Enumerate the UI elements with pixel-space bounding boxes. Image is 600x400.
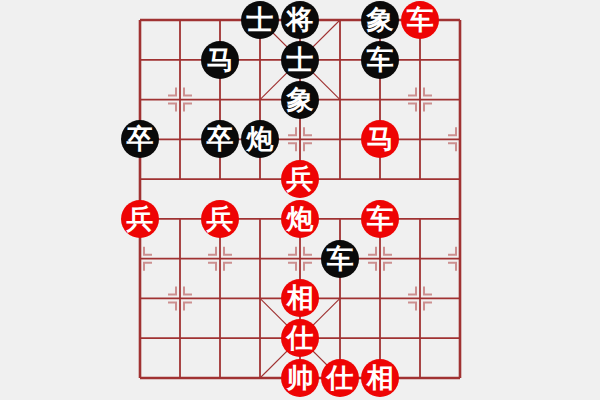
piece-black-advisor[interactable]: 士 — [241, 1, 279, 39]
piece-red-soldier[interactable]: 兵 — [201, 200, 239, 238]
piece-red-horse[interactable]: 马 — [361, 120, 399, 158]
piece-black-elephant[interactable]: 象 — [281, 81, 319, 119]
piece-red-chariot[interactable]: 车 — [401, 1, 439, 39]
piece-red-king[interactable]: 帅 — [281, 359, 319, 397]
piece-black-chariot[interactable]: 车 — [361, 41, 399, 79]
piece-red-advisor[interactable]: 仕 — [281, 319, 319, 357]
piece-red-chariot[interactable]: 车 — [361, 200, 399, 238]
piece-black-king[interactable]: 将 — [281, 1, 319, 39]
piece-red-cannon[interactable]: 炮 — [281, 200, 319, 238]
piece-red-advisor[interactable]: 仕 — [321, 359, 359, 397]
piece-red-soldier[interactable]: 兵 — [281, 160, 319, 198]
piece-red-elephant[interactable]: 相 — [281, 279, 319, 317]
piece-black-cannon[interactable]: 炮 — [241, 120, 279, 158]
xiangqi-board[interactable]: 士将象车马士车象卒卒炮马兵兵兵炮车车相仕帅仕相 — [130, 10, 470, 388]
piece-black-chariot[interactable]: 车 — [321, 240, 359, 278]
piece-black-advisor[interactable]: 士 — [281, 41, 319, 79]
piece-red-elephant[interactable]: 相 — [361, 359, 399, 397]
piece-black-soldier[interactable]: 卒 — [121, 120, 159, 158]
piece-black-horse[interactable]: 马 — [201, 41, 239, 79]
piece-black-soldier[interactable]: 卒 — [201, 120, 239, 158]
screenshot-root: 士将象车马士车象卒卒炮马兵兵兵炮车车相仕帅仕相 — [0, 0, 600, 400]
piece-red-soldier[interactable]: 兵 — [121, 200, 159, 238]
piece-black-elephant[interactable]: 象 — [361, 1, 399, 39]
